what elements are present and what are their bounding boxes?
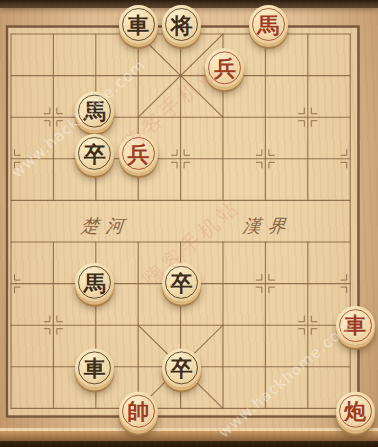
piece-character: 馬 (257, 14, 279, 36)
piece-character: 卒 (171, 357, 193, 379)
piece-character: 兵 (127, 143, 149, 165)
piece-red-chariot[interactable]: 車 (336, 306, 375, 345)
piece-red-soldier[interactable]: 兵 (119, 134, 158, 173)
piece-character: 将 (171, 14, 193, 36)
piece-black-general[interactable]: 将 (162, 5, 201, 44)
piece-character: 兵 (214, 57, 236, 79)
piece-character: 車 (344, 314, 366, 336)
piece-black-chariot[interactable]: 車 (119, 5, 158, 44)
piece-red-general[interactable]: 帥 (119, 392, 158, 431)
piece-black-soldier[interactable]: 卒 (162, 349, 201, 388)
table-edge (0, 431, 378, 441)
piece-character: 卒 (171, 271, 193, 293)
piece-red-soldier[interactable]: 兵 (205, 48, 244, 87)
piece-black-soldier[interactable]: 卒 (75, 134, 114, 173)
piece-character: 馬 (84, 100, 106, 122)
piece-black-horse[interactable]: 馬 (75, 91, 114, 130)
game-screen: 楚河 漢界 車将馬兵馬卒兵馬卒車車卒帥炮 www.hackhome.comwww… (0, 0, 378, 447)
piece-character: 馬 (84, 271, 106, 293)
xiangqi-board[interactable]: 車将馬兵馬卒兵馬卒車車卒帥炮 (0, 13, 371, 429)
piece-character: 炮 (344, 400, 366, 422)
piece-red-horse[interactable]: 馬 (249, 5, 288, 44)
piece-character: 車 (84, 357, 106, 379)
bottom-frame-bar (0, 441, 378, 447)
piece-black-chariot[interactable]: 車 (75, 349, 114, 388)
piece-character: 車 (127, 14, 149, 36)
piece-black-soldier[interactable]: 卒 (162, 263, 201, 302)
piece-character: 帥 (127, 400, 149, 422)
piece-black-horse[interactable]: 馬 (75, 263, 114, 302)
piece-red-cannon[interactable]: 炮 (336, 392, 375, 431)
piece-character: 卒 (84, 143, 106, 165)
